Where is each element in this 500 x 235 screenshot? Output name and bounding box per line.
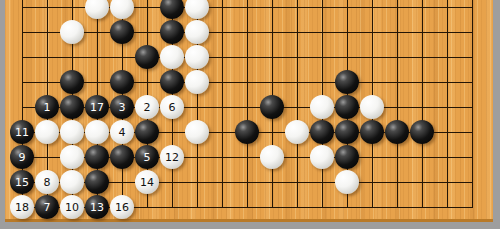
stone-black[interactable] [135,120,159,144]
stone-white[interactable] [335,170,359,194]
stone-black[interactable]: 5 [135,145,159,169]
stone-black[interactable] [335,95,359,119]
stone-black[interactable] [110,20,134,44]
stone-white[interactable]: 8 [35,170,59,194]
board-frame-left [0,0,5,229]
stone-black[interactable]: 17 [85,95,109,119]
stone-black[interactable]: 9 [10,145,34,169]
move-number: 7 [44,202,51,213]
stone-white[interactable] [60,170,84,194]
stone-black[interactable] [335,120,359,144]
move-number: 6 [169,102,176,113]
board-frame-right [493,0,500,229]
stone-white[interactable]: 18 [10,195,34,219]
stone-white[interactable]: 2 [135,95,159,119]
stone-white[interactable] [360,95,384,119]
stone-black[interactable]: 11 [10,120,34,144]
stone-white[interactable] [85,120,109,144]
move-number: 8 [44,177,51,188]
stone-white[interactable] [185,45,209,69]
stone-black[interactable] [110,145,134,169]
stone-black[interactable] [335,70,359,94]
move-number: 1 [44,102,51,113]
stone-white[interactable] [35,120,59,144]
stone-black[interactable] [310,120,334,144]
move-number: 5 [144,152,151,163]
move-number: 4 [119,127,126,138]
stone-black[interactable] [260,95,284,119]
stone-white[interactable] [310,145,334,169]
stone-black[interactable] [335,145,359,169]
stone-black[interactable] [385,120,409,144]
go-board[interactable]: 117326114951215814187101316 [0,0,500,235]
move-number: 10 [65,202,79,213]
stone-white[interactable] [60,20,84,44]
stone-black[interactable]: 1 [35,95,59,119]
move-number: 18 [15,202,29,213]
stone-white[interactable]: 16 [110,195,134,219]
move-number: 2 [144,102,151,113]
stone-black[interactable] [135,45,159,69]
stone-white[interactable] [310,95,334,119]
stone-black[interactable] [110,70,134,94]
stone-white[interactable] [260,145,284,169]
stone-white[interactable]: 6 [160,95,184,119]
stone-black[interactable] [60,95,84,119]
grid-line-horizontal [22,57,473,58]
stone-white[interactable] [185,70,209,94]
grid-line-horizontal [22,32,473,33]
stone-black[interactable]: 7 [35,195,59,219]
stone-black[interactable] [160,20,184,44]
stone-white[interactable] [60,120,84,144]
stone-black[interactable]: 3 [110,95,134,119]
stone-black[interactable] [410,120,434,144]
stone-white[interactable]: 4 [110,120,134,144]
move-number: 9 [19,152,26,163]
move-number: 11 [15,127,29,138]
move-number: 13 [90,202,104,213]
stone-white[interactable] [60,145,84,169]
grid-line-horizontal [22,82,473,83]
stone-white[interactable] [160,45,184,69]
move-number: 14 [140,177,154,188]
stone-white[interactable]: 12 [160,145,184,169]
board-frame-bottom [0,222,500,229]
move-number: 16 [115,202,129,213]
stone-black[interactable] [360,120,384,144]
move-number: 12 [165,152,179,163]
stone-white[interactable]: 14 [135,170,159,194]
stone-black[interactable]: 13 [85,195,109,219]
stone-black[interactable] [160,70,184,94]
move-number: 17 [90,102,104,113]
stone-black[interactable] [85,170,109,194]
stone-black[interactable] [85,145,109,169]
stone-white[interactable] [285,120,309,144]
stone-white[interactable]: 10 [60,195,84,219]
move-number: 3 [119,102,126,113]
move-number: 15 [15,177,29,188]
stone-black[interactable]: 15 [10,170,34,194]
stone-black[interactable] [60,70,84,94]
stone-white[interactable] [185,120,209,144]
stone-white[interactable] [185,20,209,44]
stone-black[interactable] [235,120,259,144]
